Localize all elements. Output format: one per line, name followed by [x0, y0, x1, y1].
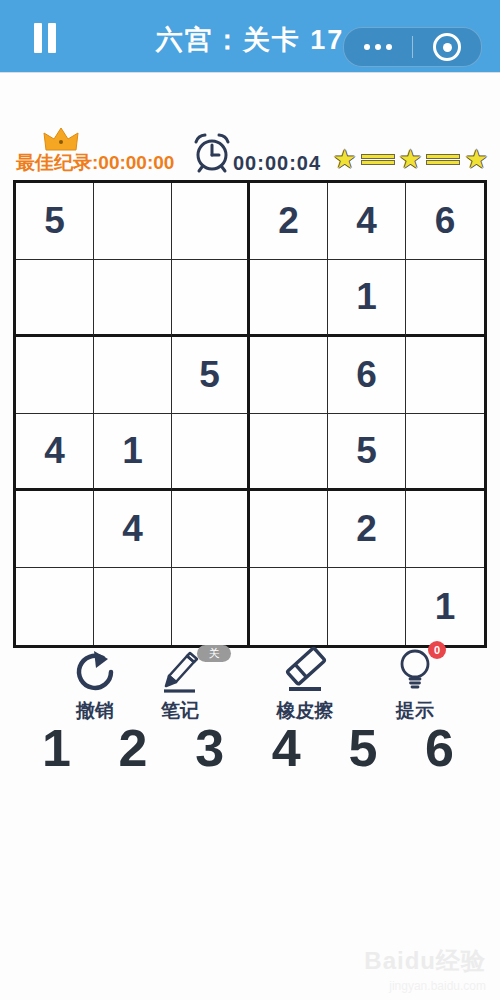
number-pad: 123456 — [42, 716, 454, 780]
dot-icon — [386, 44, 392, 50]
grid-cell-r5c4[interactable] — [250, 491, 328, 568]
grid-cell-r5c1[interactable] — [16, 491, 94, 568]
grid-cell-r5c5[interactable]: 2 — [328, 491, 406, 568]
grid-cell-r4c1[interactable]: 4 — [16, 414, 94, 491]
grid-cell-r5c3[interactable] — [172, 491, 250, 568]
best-record-text: 最佳纪录:00:00:00 — [16, 150, 174, 176]
watermark-brand: Baidu经验 — [364, 945, 486, 977]
best-record-label: 最佳纪录 — [16, 152, 92, 173]
grid-cell-r1c1[interactable]: 5 — [16, 183, 94, 260]
grid-cell-r3c1[interactable] — [16, 337, 94, 414]
grid-cell-r4c4[interactable] — [250, 414, 328, 491]
record-row: 最佳纪录:00:00:00 00:00:04 ★★★ — [0, 120, 500, 182]
more-menu-button[interactable] — [344, 44, 412, 50]
eraser-icon — [279, 645, 331, 695]
grid-cell-r2c5[interactable]: 1 — [328, 260, 406, 337]
grid-cell-r1c4[interactable]: 2 — [250, 183, 328, 260]
grid-cell-r1c3[interactable] — [172, 183, 250, 260]
hint-button[interactable]: 提示 0 — [370, 645, 460, 724]
grid-cell-r6c3[interactable] — [172, 568, 250, 645]
timer-value: 00:00:04 — [233, 152, 321, 175]
dot-icon — [375, 44, 381, 50]
grid-cell-r5c2[interactable]: 4 — [94, 491, 172, 568]
undo-button[interactable]: 撤销 — [50, 645, 140, 724]
toolbar: 撤销 笔记 关 橡皮擦 — [0, 645, 500, 723]
header-bar: 六宫：关卡 17 — [0, 0, 500, 73]
target-icon — [433, 33, 461, 61]
numpad-key-2[interactable]: 2 — [119, 716, 148, 780]
watermark: Baidu经验 jingyan.baidu.com — [364, 945, 486, 993]
star-icon: ★ — [333, 146, 356, 172]
grid-cell-r6c6[interactable]: 1 — [406, 568, 484, 645]
grid-cell-r1c6[interactable]: 6 — [406, 183, 484, 260]
grid-cell-r4c2[interactable]: 1 — [94, 414, 172, 491]
grid-cell-r4c6[interactable] — [406, 414, 484, 491]
grid-cell-r2c6[interactable] — [406, 260, 484, 337]
grid-cell-r5c6[interactable] — [406, 491, 484, 568]
grid-cell-r1c5[interactable]: 4 — [328, 183, 406, 260]
crown-icon — [42, 126, 80, 152]
numpad-key-3[interactable]: 3 — [195, 716, 224, 780]
grid-cell-r3c2[interactable] — [94, 337, 172, 414]
exit-button[interactable] — [413, 33, 481, 61]
grid-cell-r6c2[interactable] — [94, 568, 172, 645]
grid-cell-r3c4[interactable] — [250, 337, 328, 414]
dot-icon — [364, 44, 370, 50]
grid-cell-r3c6[interactable] — [406, 337, 484, 414]
miniprogram-capsule — [343, 27, 482, 67]
grid-cell-r2c2[interactable] — [94, 260, 172, 337]
grid-cell-r1c2[interactable] — [94, 183, 172, 260]
hint-count-badge: 0 — [428, 641, 446, 659]
eraser-button[interactable]: 橡皮擦 — [260, 645, 350, 724]
notes-off-badge: 关 — [197, 645, 231, 662]
undo-icon — [72, 649, 118, 695]
grid-cell-r6c5[interactable] — [328, 568, 406, 645]
grid-cell-r4c3[interactable] — [172, 414, 250, 491]
grid-cell-r3c5[interactable]: 6 — [328, 337, 406, 414]
numpad-key-1[interactable]: 1 — [42, 716, 71, 780]
best-record-time: 00:00:00 — [98, 152, 174, 173]
numpad-key-4[interactable]: 4 — [272, 716, 301, 780]
numpad-key-6[interactable]: 6 — [425, 716, 454, 780]
sudoku-grid: 5246156415421 — [13, 180, 487, 648]
grid-cell-r2c3[interactable] — [172, 260, 250, 337]
star-progress: ★★★ — [333, 146, 488, 172]
grid-cell-r6c4[interactable] — [250, 568, 328, 645]
numpad-key-5[interactable]: 5 — [348, 716, 377, 780]
alarm-clock-icon — [191, 130, 233, 174]
star-connector — [362, 155, 394, 164]
grid-cell-r4c5[interactable]: 5 — [328, 414, 406, 491]
notes-button[interactable]: 笔记 关 — [135, 645, 225, 724]
grid-cell-r2c4[interactable] — [250, 260, 328, 337]
grid-cell-r2c1[interactable] — [16, 260, 94, 337]
star-connector — [427, 155, 459, 164]
star-icon: ★ — [399, 146, 422, 172]
watermark-url: jingyan.baidu.com — [364, 979, 486, 993]
grid-cell-r6c1[interactable] — [16, 568, 94, 645]
grid-cell-r3c3[interactable]: 5 — [172, 337, 250, 414]
star-icon: ★ — [465, 146, 488, 172]
